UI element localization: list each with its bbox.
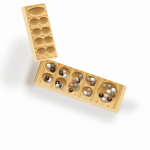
pit-upper-b4[interactable] [45,46,56,55]
pit-upper-b2[interactable] [40,26,51,35]
upper-leaf [21,3,58,62]
store-lower[interactable] [94,79,121,107]
lower-leaf-face [34,57,125,110]
stone [50,67,56,72]
upper-leaf-pit-grid [24,3,57,60]
stone [90,81,96,86]
stone [107,97,113,102]
stone [68,87,74,92]
lower-leaf-pit-grid [34,57,125,110]
stone [101,97,107,102]
pit-upper-b1[interactable] [38,16,49,25]
mancala-board-photo [0,0,150,150]
lower-leaf [33,57,128,114]
pit-cell [45,45,56,56]
pit-upper-b3[interactable] [43,36,54,45]
upper-leaf-face [24,3,57,60]
